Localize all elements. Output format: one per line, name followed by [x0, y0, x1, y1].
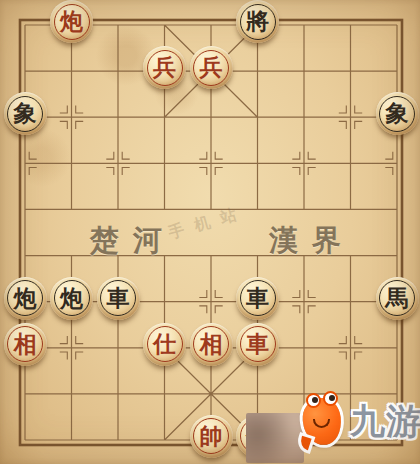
piece-face: 相: [193, 326, 229, 362]
piece-red-general[interactable]: 帥: [190, 415, 233, 458]
piece-face: 車: [240, 326, 276, 362]
piece-face: 兵: [193, 50, 229, 86]
ninegame-mascot-icon: [301, 393, 345, 449]
piece-black-chariot[interactable]: 車: [236, 277, 279, 320]
piece-red-soldier[interactable]: 兵: [190, 46, 233, 89]
ninegame-logo-text: 九游: [350, 398, 420, 445]
mascot-left-eye: [306, 393, 321, 408]
piece-face: 兵: [147, 50, 183, 86]
piece-face: 車: [240, 280, 276, 316]
piece-red-cannon[interactable]: 炮: [50, 0, 93, 43]
piece-face: 帥: [193, 418, 229, 454]
mascot-right-eye: [323, 391, 338, 406]
blurred-watermark-patch: [246, 413, 304, 463]
piece-red-chariot[interactable]: 車: [236, 323, 279, 366]
piece-red-elephant[interactable]: 相: [4, 323, 47, 366]
piece-red-advisor[interactable]: 仕: [143, 323, 186, 366]
piece-black-cannon[interactable]: 炮: [4, 277, 47, 320]
piece-red-elephant[interactable]: 相: [190, 323, 233, 366]
piece-face: 象: [7, 96, 43, 132]
piece-face: 象: [379, 96, 415, 132]
piece-red-soldier[interactable]: 兵: [143, 46, 186, 89]
piece-face: 將: [240, 4, 276, 40]
piece-face: 炮: [54, 280, 90, 316]
piece-black-general[interactable]: 將: [236, 0, 279, 43]
piece-black-elephant[interactable]: 象: [4, 92, 47, 135]
piece-black-elephant[interactable]: 象: [376, 92, 419, 135]
piece-black-chariot[interactable]: 車: [97, 277, 140, 320]
piece-black-cannon[interactable]: 炮: [50, 277, 93, 320]
piece-face: 相: [7, 326, 43, 362]
piece-face: 仕: [147, 326, 183, 362]
piece-black-horse[interactable]: 馬: [376, 277, 419, 320]
piece-face: 馬: [379, 280, 415, 316]
ninegame-watermark: 九游: [298, 390, 420, 452]
piece-face: 炮: [7, 280, 43, 316]
xiangqi-board[interactable]: 楚河 漢界 手机站 炮將兵兵象象炮炮車車馬相仕相車帥仕 九游: [0, 0, 420, 464]
mascot-tail: [298, 436, 311, 451]
piece-face: 炮: [54, 4, 90, 40]
piece-face: 車: [100, 280, 136, 316]
